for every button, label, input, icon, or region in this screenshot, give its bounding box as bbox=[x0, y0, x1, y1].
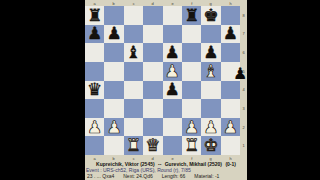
next-move-text: Next: 24.Qd6 bbox=[123, 174, 152, 179]
game-info-bar: Kupreichik, Viktor (2545) -- Gurevich, M… bbox=[85, 161, 247, 179]
file-label-b: b bbox=[106, 1, 122, 6]
square-c8[interactable] bbox=[124, 6, 143, 25]
square-b4[interactable] bbox=[104, 81, 123, 100]
square-g8[interactable]: ♚ bbox=[201, 6, 220, 25]
square-a7[interactable]: ♟ bbox=[85, 25, 104, 44]
square-g6[interactable]: ♟ bbox=[201, 43, 220, 62]
file-label-c: c bbox=[126, 156, 142, 161]
square-a3[interactable] bbox=[85, 99, 104, 118]
file-label-h: h bbox=[223, 1, 239, 6]
piece-white-pawn: ♟ bbox=[87, 119, 102, 136]
rank-label-6: 6 bbox=[240, 43, 247, 62]
square-e5[interactable]: ♟ bbox=[163, 62, 182, 81]
square-g3[interactable] bbox=[201, 99, 220, 118]
square-e2[interactable] bbox=[163, 118, 182, 137]
square-d8[interactable] bbox=[143, 6, 162, 25]
file-label-h: h bbox=[223, 156, 239, 161]
square-d7[interactable] bbox=[143, 25, 162, 44]
square-h7[interactable]: ♟ bbox=[221, 25, 240, 44]
square-d3[interactable] bbox=[143, 99, 162, 118]
square-e3[interactable] bbox=[163, 99, 182, 118]
square-d5[interactable] bbox=[143, 62, 162, 81]
piece-white-pawn: ♟ bbox=[223, 119, 238, 136]
piece-white-queen: ♛ bbox=[145, 137, 160, 154]
square-g7[interactable] bbox=[201, 25, 220, 44]
square-h1[interactable] bbox=[221, 136, 240, 155]
rank-label-2: 2 bbox=[240, 118, 247, 137]
piece-white-king: ♚ bbox=[203, 137, 218, 154]
letterbox-right bbox=[247, 0, 320, 180]
square-a1[interactable] bbox=[85, 136, 104, 155]
square-a8[interactable]: ♜ bbox=[85, 6, 104, 25]
square-d6[interactable] bbox=[143, 43, 162, 62]
square-f3[interactable] bbox=[182, 99, 201, 118]
square-b2[interactable]: ♟ bbox=[104, 118, 123, 137]
piece-black-pawn: ♟ bbox=[223, 25, 238, 42]
piece-white-pawn: ♟ bbox=[184, 119, 199, 136]
status-line: 23 . ... Qxa4 Next: 24.Qd6 Length: 66 Ma… bbox=[85, 174, 247, 179]
piece-white-pawn: ♟ bbox=[203, 119, 218, 136]
square-g4[interactable] bbox=[201, 81, 220, 100]
square-f4[interactable] bbox=[182, 81, 201, 100]
square-e6[interactable]: ♟ bbox=[163, 43, 182, 62]
square-h8[interactable] bbox=[221, 6, 240, 25]
piece-white-pawn: ♟ bbox=[106, 119, 121, 136]
square-c6[interactable]: ♝ bbox=[124, 43, 143, 62]
square-c7[interactable] bbox=[124, 25, 143, 44]
file-label-d: d bbox=[145, 156, 161, 161]
piece-black-pawn: ♟ bbox=[203, 44, 218, 61]
rank-label-1: 1 bbox=[240, 136, 247, 155]
chessboard-panel: abcdefgh ♜♜♚♟♟♟♝♟♟♟♝♛♟♟♟♟♟♟♜♛♜♚ 87654321… bbox=[85, 0, 247, 180]
file-label-a: a bbox=[87, 156, 103, 161]
square-f7[interactable] bbox=[182, 25, 201, 44]
file-label-g: g bbox=[203, 156, 219, 161]
piece-black-bishop: ♝ bbox=[126, 44, 141, 61]
square-e7[interactable] bbox=[163, 25, 182, 44]
square-a2[interactable]: ♟ bbox=[85, 118, 104, 137]
square-g5[interactable]: ♝ bbox=[201, 62, 220, 81]
square-d4[interactable] bbox=[143, 81, 162, 100]
square-f8[interactable]: ♜ bbox=[182, 6, 201, 25]
square-h3[interactable] bbox=[221, 99, 240, 118]
square-e8[interactable] bbox=[163, 6, 182, 25]
video-frame: abcdefgh ♜♜♚♟♟♟♝♟♟♟♝♛♟♟♟♟♟♟♜♛♜♚ 87654321… bbox=[0, 0, 320, 180]
square-b3[interactable] bbox=[104, 99, 123, 118]
square-a5[interactable] bbox=[85, 62, 104, 81]
piece-black-rook: ♜ bbox=[87, 7, 102, 24]
material-indicator-black-pawn-icon: ♟ bbox=[233, 66, 247, 82]
square-c4[interactable] bbox=[124, 81, 143, 100]
material-text: Material: -1 bbox=[194, 174, 219, 179]
piece-white-pawn: ♟ bbox=[165, 63, 180, 80]
square-a6[interactable] bbox=[85, 43, 104, 62]
chess-board: ♜♜♚♟♟♟♝♟♟♟♝♛♟♟♟♟♟♟♜♛♜♚ bbox=[85, 6, 240, 155]
square-c1[interactable]: ♜ bbox=[124, 136, 143, 155]
square-g2[interactable]: ♟ bbox=[201, 118, 220, 137]
square-c2[interactable] bbox=[124, 118, 143, 137]
file-label-d: d bbox=[145, 1, 161, 6]
piece-black-pawn: ♟ bbox=[165, 44, 180, 61]
square-h2[interactable]: ♟ bbox=[221, 118, 240, 137]
letterbox-left bbox=[0, 0, 85, 180]
square-c5[interactable] bbox=[124, 62, 143, 81]
piece-white-rook: ♜ bbox=[126, 137, 141, 154]
square-b1[interactable] bbox=[104, 136, 123, 155]
piece-black-king: ♚ bbox=[203, 7, 218, 24]
piece-black-pawn: ♟ bbox=[165, 81, 180, 98]
piece-black-rook: ♜ bbox=[184, 7, 199, 24]
length-text: Length: 66 bbox=[162, 174, 186, 179]
rank-label-3: 3 bbox=[240, 99, 247, 118]
square-f6[interactable] bbox=[182, 43, 201, 62]
square-d2[interactable] bbox=[143, 118, 162, 137]
file-label-c: c bbox=[126, 1, 142, 6]
rank-label-4: 4 bbox=[240, 81, 247, 100]
piece-black-queen: ♛ bbox=[87, 81, 102, 98]
piece-black-pawn: ♟ bbox=[106, 25, 121, 42]
piece-white-rook: ♜ bbox=[184, 137, 199, 154]
square-f2[interactable]: ♟ bbox=[182, 118, 201, 137]
square-h6[interactable] bbox=[221, 43, 240, 62]
rank-label-7: 7 bbox=[240, 25, 247, 44]
square-a4[interactable]: ♛ bbox=[85, 81, 104, 100]
square-c3[interactable] bbox=[124, 99, 143, 118]
rank-label-8: 8 bbox=[240, 6, 247, 25]
game-result: (0-1) bbox=[225, 161, 236, 167]
square-b5[interactable] bbox=[104, 62, 123, 81]
square-e1[interactable] bbox=[163, 136, 182, 155]
square-f5[interactable] bbox=[182, 62, 201, 81]
file-label-b: b bbox=[106, 156, 122, 161]
square-d1[interactable]: ♛ bbox=[143, 136, 162, 155]
file-label-e: e bbox=[164, 156, 180, 161]
square-g1[interactable]: ♚ bbox=[201, 136, 220, 155]
square-h4[interactable] bbox=[221, 81, 240, 100]
square-f1[interactable]: ♜ bbox=[182, 136, 201, 155]
square-b8[interactable] bbox=[104, 6, 123, 25]
square-e4[interactable]: ♟ bbox=[163, 81, 182, 100]
piece-black-pawn: ♟ bbox=[87, 25, 102, 42]
square-b7[interactable]: ♟ bbox=[104, 25, 123, 44]
last-move-text: 23 . ... Qxa4 bbox=[87, 174, 114, 179]
piece-white-bishop: ♝ bbox=[203, 63, 218, 80]
file-label-f: f bbox=[184, 156, 200, 161]
square-b6[interactable] bbox=[104, 43, 123, 62]
file-label-e: e bbox=[164, 1, 180, 6]
